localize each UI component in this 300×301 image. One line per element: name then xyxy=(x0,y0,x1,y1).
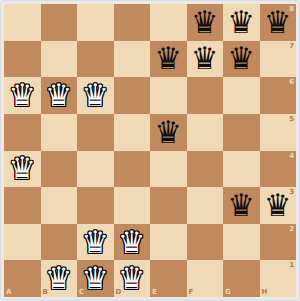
rank-label-4: 4 xyxy=(289,152,294,160)
square-f8[interactable]: ♛ xyxy=(187,4,224,41)
square-h7[interactable]: 7 xyxy=(260,41,297,78)
black-queen[interactable]: ♛ xyxy=(187,41,224,78)
white-queen[interactable]: ♛ xyxy=(4,151,41,188)
square-a8[interactable] xyxy=(4,4,41,41)
square-f7[interactable]: ♛ xyxy=(187,41,224,78)
square-d8[interactable] xyxy=(114,4,151,41)
square-b1[interactable]: ♛B xyxy=(41,260,78,297)
white-queen[interactable]: ♛ xyxy=(4,77,41,114)
square-g1[interactable]: G xyxy=(223,260,260,297)
square-h5[interactable]: 5 xyxy=(260,114,297,151)
square-c8[interactable] xyxy=(77,4,114,41)
black-queen[interactable]: ♛ xyxy=(223,41,260,78)
file-label-a: A xyxy=(6,288,11,296)
black-queen[interactable]: ♛ xyxy=(150,114,187,151)
file-label-h: H xyxy=(262,288,268,296)
black-queen[interactable]: ♛ xyxy=(150,41,187,78)
square-f1[interactable]: F xyxy=(187,260,224,297)
square-b6[interactable]: ♛ xyxy=(41,77,78,114)
square-f6[interactable] xyxy=(187,77,224,114)
square-f5[interactable] xyxy=(187,114,224,151)
square-a5[interactable] xyxy=(4,114,41,151)
square-d5[interactable] xyxy=(114,114,151,151)
square-h4[interactable]: 4 xyxy=(260,151,297,188)
file-label-c: C xyxy=(79,288,84,296)
square-b7[interactable] xyxy=(41,41,78,78)
white-queen[interactable]: ♛ xyxy=(77,77,114,114)
square-e1[interactable]: E xyxy=(150,260,187,297)
white-queen[interactable]: ♛ xyxy=(114,224,151,261)
square-c2[interactable]: ♛ xyxy=(77,224,114,261)
chess-board: ♛♛♛8♛♛♛7♛♛♛6♛5♛4♛♛3♛♛2A♛B♛C♛DEFG1H xyxy=(4,4,296,297)
square-h8[interactable]: ♛8 xyxy=(260,4,297,41)
square-g7[interactable]: ♛ xyxy=(223,41,260,78)
square-e8[interactable] xyxy=(150,4,187,41)
square-c4[interactable] xyxy=(77,151,114,188)
square-g4[interactable] xyxy=(223,151,260,188)
square-a4[interactable]: ♛ xyxy=(4,151,41,188)
square-c1[interactable]: ♛C xyxy=(77,260,114,297)
square-f2[interactable] xyxy=(187,224,224,261)
square-e5[interactable]: ♛ xyxy=(150,114,187,151)
black-queen[interactable]: ♛ xyxy=(223,187,260,224)
rank-label-6: 6 xyxy=(289,78,294,86)
square-g8[interactable]: ♛ xyxy=(223,4,260,41)
rank-label-7: 7 xyxy=(289,42,294,50)
square-c6[interactable]: ♛ xyxy=(77,77,114,114)
rank-label-2: 2 xyxy=(289,225,294,233)
square-h2[interactable]: 2 xyxy=(260,224,297,261)
square-g6[interactable] xyxy=(223,77,260,114)
rank-label-3: 3 xyxy=(289,188,294,196)
square-e4[interactable] xyxy=(150,151,187,188)
square-b8[interactable] xyxy=(41,4,78,41)
black-queen[interactable]: ♛ xyxy=(223,4,260,41)
square-b5[interactable] xyxy=(41,114,78,151)
square-h1[interactable]: 1H xyxy=(260,260,297,297)
square-d3[interactable] xyxy=(114,187,151,224)
square-b4[interactable] xyxy=(41,151,78,188)
black-queen[interactable]: ♛ xyxy=(187,4,224,41)
square-h3[interactable]: ♛3 xyxy=(260,187,297,224)
square-b3[interactable] xyxy=(41,187,78,224)
white-queen[interactable]: ♛ xyxy=(77,224,114,261)
square-a1[interactable]: A xyxy=(4,260,41,297)
square-d7[interactable] xyxy=(114,41,151,78)
square-f4[interactable] xyxy=(187,151,224,188)
square-g3[interactable]: ♛ xyxy=(223,187,260,224)
file-label-e: E xyxy=(152,288,157,296)
square-f3[interactable] xyxy=(187,187,224,224)
square-g2[interactable] xyxy=(223,224,260,261)
square-c5[interactable] xyxy=(77,114,114,151)
square-d4[interactable] xyxy=(114,151,151,188)
square-d1[interactable]: ♛D xyxy=(114,260,151,297)
square-g5[interactable] xyxy=(223,114,260,151)
board-frame: ♛♛♛8♛♛♛7♛♛♛6♛5♛4♛♛3♛♛2A♛B♛C♛DEFG1H xyxy=(0,0,300,301)
file-label-d: D xyxy=(116,288,122,296)
square-d2[interactable]: ♛ xyxy=(114,224,151,261)
rank-label-5: 5 xyxy=(289,115,294,123)
rank-label-1: 1 xyxy=(289,261,294,269)
square-e6[interactable] xyxy=(150,77,187,114)
square-a3[interactable] xyxy=(4,187,41,224)
rank-label-8: 8 xyxy=(289,5,294,13)
square-e2[interactable] xyxy=(150,224,187,261)
file-label-f: F xyxy=(189,288,194,296)
white-queen[interactable]: ♛ xyxy=(41,77,78,114)
file-label-b: B xyxy=(43,288,48,296)
square-c3[interactable] xyxy=(77,187,114,224)
square-a7[interactable] xyxy=(4,41,41,78)
square-h6[interactable]: 6 xyxy=(260,77,297,114)
square-a6[interactable]: ♛ xyxy=(4,77,41,114)
square-a2[interactable] xyxy=(4,224,41,261)
square-e3[interactable] xyxy=(150,187,187,224)
square-d6[interactable] xyxy=(114,77,151,114)
square-e7[interactable]: ♛ xyxy=(150,41,187,78)
file-label-g: G xyxy=(225,288,231,296)
square-c7[interactable] xyxy=(77,41,114,78)
square-b2[interactable] xyxy=(41,224,78,261)
